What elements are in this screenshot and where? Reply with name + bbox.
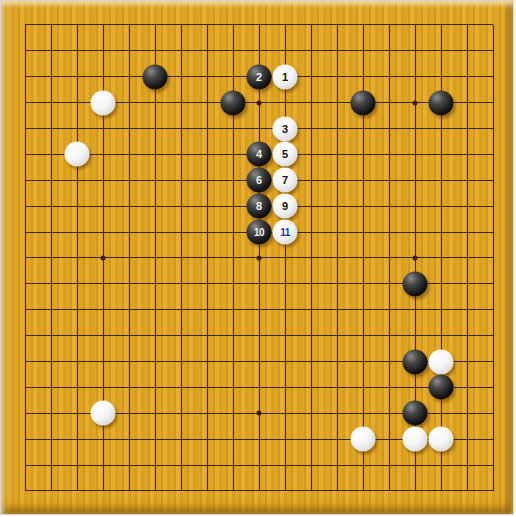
intersection-L15[interactable]: 3 [272, 116, 298, 142]
intersection-G6[interactable] [168, 349, 194, 375]
intersection-S4[interactable] [454, 400, 480, 426]
intersection-L7[interactable] [272, 323, 298, 349]
intersection-K17[interactable]: 2 [246, 64, 272, 90]
intersection-D14[interactable] [90, 141, 116, 167]
intersection-O12[interactable] [350, 193, 376, 219]
intersection-B10[interactable] [38, 245, 64, 271]
intersection-F4[interactable] [142, 400, 168, 426]
intersection-H1[interactable] [194, 478, 220, 504]
intersection-P17[interactable] [376, 64, 402, 90]
intersection-J8[interactable] [220, 297, 246, 323]
intersection-K18[interactable] [246, 38, 272, 64]
intersection-E17[interactable] [116, 64, 142, 90]
intersection-H15[interactable] [194, 116, 220, 142]
intersection-S8[interactable] [454, 297, 480, 323]
intersection-R5[interactable] [428, 374, 454, 400]
intersection-T19[interactable] [480, 12, 506, 38]
intersection-J19[interactable] [220, 12, 246, 38]
intersection-A9[interactable] [12, 271, 38, 297]
intersection-P9[interactable] [376, 271, 402, 297]
intersection-F14[interactable] [142, 141, 168, 167]
intersection-T10[interactable] [480, 245, 506, 271]
intersection-L6[interactable] [272, 349, 298, 375]
intersection-E12[interactable] [116, 193, 142, 219]
intersection-T2[interactable] [480, 452, 506, 478]
intersection-B18[interactable] [38, 38, 64, 64]
intersection-C14[interactable] [64, 141, 90, 167]
intersection-B16[interactable] [38, 90, 64, 116]
intersection-C6[interactable] [64, 349, 90, 375]
intersection-C7[interactable] [64, 323, 90, 349]
intersection-D13[interactable] [90, 167, 116, 193]
intersection-M2[interactable] [298, 452, 324, 478]
intersection-S17[interactable] [454, 64, 480, 90]
intersection-Q3[interactable] [402, 426, 428, 452]
intersection-C18[interactable] [64, 38, 90, 64]
intersection-O4[interactable] [350, 400, 376, 426]
intersection-N1[interactable] [324, 478, 350, 504]
intersection-K12[interactable]: 8 [246, 193, 272, 219]
intersection-O7[interactable] [350, 323, 376, 349]
intersection-H3[interactable] [194, 426, 220, 452]
intersection-G8[interactable] [168, 297, 194, 323]
intersection-T8[interactable] [480, 297, 506, 323]
intersection-T7[interactable] [480, 323, 506, 349]
intersection-H12[interactable] [194, 193, 220, 219]
intersection-B6[interactable] [38, 349, 64, 375]
intersection-O16[interactable] [350, 90, 376, 116]
intersection-J13[interactable] [220, 167, 246, 193]
intersection-A7[interactable] [12, 323, 38, 349]
intersection-T18[interactable] [480, 38, 506, 64]
intersection-L5[interactable] [272, 374, 298, 400]
intersection-R18[interactable] [428, 38, 454, 64]
intersection-N10[interactable] [324, 245, 350, 271]
intersection-B12[interactable] [38, 193, 64, 219]
intersection-J10[interactable] [220, 245, 246, 271]
intersection-Q2[interactable] [402, 452, 428, 478]
intersection-R13[interactable] [428, 167, 454, 193]
intersection-O17[interactable] [350, 64, 376, 90]
intersection-M10[interactable] [298, 245, 324, 271]
intersection-S14[interactable] [454, 141, 480, 167]
intersection-H13[interactable] [194, 167, 220, 193]
intersection-E6[interactable] [116, 349, 142, 375]
intersection-T3[interactable] [480, 426, 506, 452]
intersection-F9[interactable] [142, 271, 168, 297]
intersection-C3[interactable] [64, 426, 90, 452]
intersection-B4[interactable] [38, 400, 64, 426]
intersection-N12[interactable] [324, 193, 350, 219]
intersection-T15[interactable] [480, 116, 506, 142]
intersection-O13[interactable] [350, 167, 376, 193]
intersection-O18[interactable] [350, 38, 376, 64]
intersection-G12[interactable] [168, 193, 194, 219]
intersection-F10[interactable] [142, 245, 168, 271]
intersection-R19[interactable] [428, 12, 454, 38]
intersection-L12[interactable]: 9 [272, 193, 298, 219]
intersection-F3[interactable] [142, 426, 168, 452]
intersection-J14[interactable] [220, 141, 246, 167]
intersection-L13[interactable]: 7 [272, 167, 298, 193]
intersection-C19[interactable] [64, 12, 90, 38]
intersection-C16[interactable] [64, 90, 90, 116]
intersection-R4[interactable] [428, 400, 454, 426]
intersection-R6[interactable] [428, 349, 454, 375]
intersection-K1[interactable] [246, 478, 272, 504]
intersection-O8[interactable] [350, 297, 376, 323]
intersection-T12[interactable] [480, 193, 506, 219]
intersection-F19[interactable] [142, 12, 168, 38]
intersection-N6[interactable] [324, 349, 350, 375]
intersection-L11[interactable]: 11 [272, 219, 298, 245]
intersection-C5[interactable] [64, 374, 90, 400]
intersection-M5[interactable] [298, 374, 324, 400]
intersection-E15[interactable] [116, 116, 142, 142]
intersection-C9[interactable] [64, 271, 90, 297]
intersection-G7[interactable] [168, 323, 194, 349]
intersection-H18[interactable] [194, 38, 220, 64]
intersection-T6[interactable] [480, 349, 506, 375]
intersection-N19[interactable] [324, 12, 350, 38]
intersection-M19[interactable] [298, 12, 324, 38]
intersection-N17[interactable] [324, 64, 350, 90]
intersection-F17[interactable] [142, 64, 168, 90]
intersection-K15[interactable] [246, 116, 272, 142]
intersection-B15[interactable] [38, 116, 64, 142]
intersection-K10[interactable] [246, 245, 272, 271]
intersection-J2[interactable] [220, 452, 246, 478]
intersection-E8[interactable] [116, 297, 142, 323]
intersection-J16[interactable] [220, 90, 246, 116]
intersection-F16[interactable] [142, 90, 168, 116]
intersection-K16[interactable] [246, 90, 272, 116]
intersection-R10[interactable] [428, 245, 454, 271]
intersection-G19[interactable] [168, 12, 194, 38]
intersection-M15[interactable] [298, 116, 324, 142]
intersection-S13[interactable] [454, 167, 480, 193]
intersection-K4[interactable] [246, 400, 272, 426]
intersection-E2[interactable] [116, 452, 142, 478]
intersection-E4[interactable] [116, 400, 142, 426]
intersection-G16[interactable] [168, 90, 194, 116]
intersection-D7[interactable] [90, 323, 116, 349]
intersection-S16[interactable] [454, 90, 480, 116]
intersection-N2[interactable] [324, 452, 350, 478]
intersection-R1[interactable] [428, 478, 454, 504]
intersection-E7[interactable] [116, 323, 142, 349]
intersection-T16[interactable] [480, 90, 506, 116]
intersection-M11[interactable] [298, 219, 324, 245]
intersection-Q18[interactable] [402, 38, 428, 64]
intersection-Q17[interactable] [402, 64, 428, 90]
intersection-Q1[interactable] [402, 478, 428, 504]
intersection-R14[interactable] [428, 141, 454, 167]
intersection-K5[interactable] [246, 374, 272, 400]
intersection-D6[interactable] [90, 349, 116, 375]
intersection-H10[interactable] [194, 245, 220, 271]
intersection-M6[interactable] [298, 349, 324, 375]
intersection-E13[interactable] [116, 167, 142, 193]
intersection-H17[interactable] [194, 64, 220, 90]
intersection-P1[interactable] [376, 478, 402, 504]
intersection-F6[interactable] [142, 349, 168, 375]
intersection-B9[interactable] [38, 271, 64, 297]
intersection-K11[interactable]: 10 [246, 219, 272, 245]
intersection-T13[interactable] [480, 167, 506, 193]
intersection-Q19[interactable] [402, 12, 428, 38]
intersection-B17[interactable] [38, 64, 64, 90]
intersection-P8[interactable] [376, 297, 402, 323]
intersection-H7[interactable] [194, 323, 220, 349]
intersection-S12[interactable] [454, 193, 480, 219]
intersection-C10[interactable] [64, 245, 90, 271]
intersection-T11[interactable] [480, 219, 506, 245]
intersection-G3[interactable] [168, 426, 194, 452]
intersection-H16[interactable] [194, 90, 220, 116]
intersection-G5[interactable] [168, 374, 194, 400]
intersection-E19[interactable] [116, 12, 142, 38]
intersection-C11[interactable] [64, 219, 90, 245]
intersection-N14[interactable] [324, 141, 350, 167]
intersection-O2[interactable] [350, 452, 376, 478]
intersection-F12[interactable] [142, 193, 168, 219]
intersection-D8[interactable] [90, 297, 116, 323]
intersection-L3[interactable] [272, 426, 298, 452]
intersection-B19[interactable] [38, 12, 64, 38]
intersection-N3[interactable] [324, 426, 350, 452]
intersection-G1[interactable] [168, 478, 194, 504]
intersection-L16[interactable] [272, 90, 298, 116]
intersection-O5[interactable] [350, 374, 376, 400]
intersection-P13[interactable] [376, 167, 402, 193]
intersection-D15[interactable] [90, 116, 116, 142]
intersection-E1[interactable] [116, 478, 142, 504]
intersection-S3[interactable] [454, 426, 480, 452]
intersection-P18[interactable] [376, 38, 402, 64]
intersection-A8[interactable] [12, 297, 38, 323]
intersection-K7[interactable] [246, 323, 272, 349]
intersection-H8[interactable] [194, 297, 220, 323]
intersection-H11[interactable] [194, 219, 220, 245]
intersection-C1[interactable] [64, 478, 90, 504]
intersection-P16[interactable] [376, 90, 402, 116]
intersection-J9[interactable] [220, 271, 246, 297]
intersection-O14[interactable] [350, 141, 376, 167]
intersection-A17[interactable] [12, 64, 38, 90]
intersection-D4[interactable] [90, 400, 116, 426]
intersection-J15[interactable] [220, 116, 246, 142]
intersection-C4[interactable] [64, 400, 90, 426]
intersection-E5[interactable] [116, 374, 142, 400]
intersection-F11[interactable] [142, 219, 168, 245]
intersection-D3[interactable] [90, 426, 116, 452]
intersection-H19[interactable] [194, 12, 220, 38]
intersection-G4[interactable] [168, 400, 194, 426]
intersection-K8[interactable] [246, 297, 272, 323]
intersection-L14[interactable]: 5 [272, 141, 298, 167]
intersection-D10[interactable] [90, 245, 116, 271]
intersection-A4[interactable] [12, 400, 38, 426]
intersection-R11[interactable] [428, 219, 454, 245]
intersection-C13[interactable] [64, 167, 90, 193]
intersection-N18[interactable] [324, 38, 350, 64]
intersection-B14[interactable] [38, 141, 64, 167]
intersection-H14[interactable] [194, 141, 220, 167]
intersection-G11[interactable] [168, 219, 194, 245]
intersection-S18[interactable] [454, 38, 480, 64]
intersection-N8[interactable] [324, 297, 350, 323]
intersection-K3[interactable] [246, 426, 272, 452]
intersection-F1[interactable] [142, 478, 168, 504]
intersection-J12[interactable] [220, 193, 246, 219]
intersection-J4[interactable] [220, 400, 246, 426]
intersection-M12[interactable] [298, 193, 324, 219]
intersection-L2[interactable] [272, 452, 298, 478]
intersection-P12[interactable] [376, 193, 402, 219]
intersection-L19[interactable] [272, 12, 298, 38]
intersection-M3[interactable] [298, 426, 324, 452]
intersection-E14[interactable] [116, 141, 142, 167]
intersection-M18[interactable] [298, 38, 324, 64]
intersection-D5[interactable] [90, 374, 116, 400]
intersection-J6[interactable] [220, 349, 246, 375]
intersection-B3[interactable] [38, 426, 64, 452]
intersection-R3[interactable] [428, 426, 454, 452]
intersection-Q14[interactable] [402, 141, 428, 167]
intersection-M13[interactable] [298, 167, 324, 193]
intersection-R16[interactable] [428, 90, 454, 116]
intersection-F2[interactable] [142, 452, 168, 478]
intersection-T9[interactable] [480, 271, 506, 297]
intersection-R8[interactable] [428, 297, 454, 323]
intersection-P15[interactable] [376, 116, 402, 142]
intersection-M17[interactable] [298, 64, 324, 90]
intersection-G14[interactable] [168, 141, 194, 167]
intersection-P10[interactable] [376, 245, 402, 271]
intersection-D19[interactable] [90, 12, 116, 38]
intersection-G13[interactable] [168, 167, 194, 193]
intersection-R12[interactable] [428, 193, 454, 219]
intersection-O10[interactable] [350, 245, 376, 271]
intersection-B2[interactable] [38, 452, 64, 478]
intersection-P6[interactable] [376, 349, 402, 375]
intersection-N13[interactable] [324, 167, 350, 193]
intersection-F15[interactable] [142, 116, 168, 142]
intersection-Q7[interactable] [402, 323, 428, 349]
intersection-G15[interactable] [168, 116, 194, 142]
intersection-A6[interactable] [12, 349, 38, 375]
intersection-K6[interactable] [246, 349, 272, 375]
intersection-R7[interactable] [428, 323, 454, 349]
intersection-M9[interactable] [298, 271, 324, 297]
intersection-K13[interactable]: 6 [246, 167, 272, 193]
intersection-G17[interactable] [168, 64, 194, 90]
intersection-T1[interactable] [480, 478, 506, 504]
intersection-P4[interactable] [376, 400, 402, 426]
intersection-A15[interactable] [12, 116, 38, 142]
intersection-O6[interactable] [350, 349, 376, 375]
intersection-A3[interactable] [12, 426, 38, 452]
intersection-M7[interactable] [298, 323, 324, 349]
intersection-J11[interactable] [220, 219, 246, 245]
intersection-F7[interactable] [142, 323, 168, 349]
intersection-D9[interactable] [90, 271, 116, 297]
intersection-L4[interactable] [272, 400, 298, 426]
intersection-K14[interactable]: 4 [246, 141, 272, 167]
intersection-K19[interactable] [246, 12, 272, 38]
intersection-P3[interactable] [376, 426, 402, 452]
intersection-R15[interactable] [428, 116, 454, 142]
intersection-F18[interactable] [142, 38, 168, 64]
intersection-P2[interactable] [376, 452, 402, 478]
intersection-F5[interactable] [142, 374, 168, 400]
intersection-Q11[interactable] [402, 219, 428, 245]
intersection-B13[interactable] [38, 167, 64, 193]
intersection-N9[interactable] [324, 271, 350, 297]
intersection-D17[interactable] [90, 64, 116, 90]
intersection-R17[interactable] [428, 64, 454, 90]
intersection-Q13[interactable] [402, 167, 428, 193]
intersection-A13[interactable] [12, 167, 38, 193]
intersection-M4[interactable] [298, 400, 324, 426]
intersection-N5[interactable] [324, 374, 350, 400]
intersection-E16[interactable] [116, 90, 142, 116]
intersection-S5[interactable] [454, 374, 480, 400]
intersection-A14[interactable] [12, 141, 38, 167]
intersection-S7[interactable] [454, 323, 480, 349]
intersection-R2[interactable] [428, 452, 454, 478]
intersection-S1[interactable] [454, 478, 480, 504]
intersection-G9[interactable] [168, 271, 194, 297]
intersection-N11[interactable] [324, 219, 350, 245]
intersection-A19[interactable] [12, 12, 38, 38]
intersection-D12[interactable] [90, 193, 116, 219]
intersection-S11[interactable] [454, 219, 480, 245]
intersection-B7[interactable] [38, 323, 64, 349]
intersection-S9[interactable] [454, 271, 480, 297]
intersection-S15[interactable] [454, 116, 480, 142]
intersection-C15[interactable] [64, 116, 90, 142]
intersection-O3[interactable] [350, 426, 376, 452]
intersection-J3[interactable] [220, 426, 246, 452]
intersection-H9[interactable] [194, 271, 220, 297]
intersection-F13[interactable] [142, 167, 168, 193]
intersection-K9[interactable] [246, 271, 272, 297]
intersection-O9[interactable] [350, 271, 376, 297]
intersection-N15[interactable] [324, 116, 350, 142]
intersection-E10[interactable] [116, 245, 142, 271]
intersection-A5[interactable] [12, 374, 38, 400]
intersection-P19[interactable] [376, 12, 402, 38]
intersection-L1[interactable] [272, 478, 298, 504]
intersection-N7[interactable] [324, 323, 350, 349]
intersection-J17[interactable] [220, 64, 246, 90]
intersection-N4[interactable] [324, 400, 350, 426]
intersection-L9[interactable] [272, 271, 298, 297]
intersection-B11[interactable] [38, 219, 64, 245]
intersection-S19[interactable] [454, 12, 480, 38]
intersection-D16[interactable] [90, 90, 116, 116]
intersection-G18[interactable] [168, 38, 194, 64]
intersection-Q4[interactable] [402, 400, 428, 426]
intersection-G2[interactable] [168, 452, 194, 478]
intersection-R9[interactable] [428, 271, 454, 297]
intersection-M1[interactable] [298, 478, 324, 504]
intersection-T17[interactable] [480, 64, 506, 90]
intersection-A10[interactable] [12, 245, 38, 271]
intersection-A11[interactable] [12, 219, 38, 245]
